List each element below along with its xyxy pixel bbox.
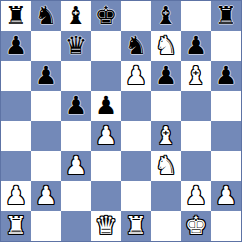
piece-black-rook[interactable]: ♜ [1,1,31,31]
square-a8[interactable]: ♜ [1,1,31,31]
square-b4[interactable] [31,121,61,151]
piece-white-knight[interactable]: ♞ [151,151,181,181]
square-h4[interactable] [211,121,241,151]
piece-black-knight[interactable]: ♞ [121,31,151,61]
piece-black-bishop[interactable]: ♝ [151,1,181,31]
square-a1[interactable]: ♜ [1,211,31,241]
piece-white-bishop[interactable]: ♝ [151,121,181,151]
square-g6[interactable]: ♝ [181,61,211,91]
square-d4[interactable]: ♟ [91,121,121,151]
square-f2[interactable] [151,181,181,211]
square-h8[interactable]: ♜ [211,1,241,31]
square-f5[interactable] [151,91,181,121]
square-e6[interactable]: ♟ [121,61,151,91]
square-h7[interactable] [211,31,241,61]
square-d2[interactable] [91,181,121,211]
square-e1[interactable]: ♜ [121,211,151,241]
square-g5[interactable] [181,91,211,121]
square-d6[interactable] [91,61,121,91]
piece-white-knight[interactable]: ♞ [151,31,181,61]
square-a2[interactable]: ♟ [1,181,31,211]
square-h6[interactable]: ♟ [211,61,241,91]
piece-white-rook[interactable]: ♜ [121,211,151,241]
piece-white-queen[interactable]: ♛ [91,211,121,241]
piece-white-pawn[interactable]: ♟ [61,151,91,181]
square-g8[interactable] [181,1,211,31]
square-c3[interactable]: ♟ [61,151,91,181]
piece-white-pawn[interactable]: ♟ [181,181,211,211]
square-c1[interactable] [61,211,91,241]
square-g4[interactable] [181,121,211,151]
square-g7[interactable]: ♟ [181,31,211,61]
piece-black-pawn[interactable]: ♟ [91,91,121,121]
piece-white-bishop[interactable]: ♝ [181,61,211,91]
square-g2[interactable]: ♟ [181,181,211,211]
square-c8[interactable]: ♝ [61,1,91,31]
piece-white-king[interactable]: ♚ [181,211,211,241]
square-b1[interactable] [31,211,61,241]
square-h5[interactable] [211,91,241,121]
square-f4[interactable]: ♝ [151,121,181,151]
square-e8[interactable] [121,1,151,31]
piece-black-queen[interactable]: ♛ [61,31,91,61]
square-g1[interactable]: ♚ [181,211,211,241]
square-e7[interactable]: ♞ [121,31,151,61]
square-f6[interactable]: ♟ [151,61,181,91]
square-f1[interactable] [151,211,181,241]
square-h1[interactable] [211,211,241,241]
piece-black-pawn[interactable]: ♟ [61,91,91,121]
square-d3[interactable] [91,151,121,181]
square-a7[interactable]: ♟ [1,31,31,61]
piece-black-rook[interactable]: ♜ [211,1,241,31]
square-c6[interactable] [61,61,91,91]
square-e3[interactable] [121,151,151,181]
square-c2[interactable] [61,181,91,211]
square-g3[interactable] [181,151,211,181]
piece-white-pawn[interactable]: ♟ [91,121,121,151]
square-h3[interactable] [211,151,241,181]
square-b3[interactable] [31,151,61,181]
square-c5[interactable]: ♟ [61,91,91,121]
square-h2[interactable]: ♟ [211,181,241,211]
piece-white-pawn[interactable]: ♟ [211,181,241,211]
piece-black-pawn[interactable]: ♟ [211,61,241,91]
piece-white-pawn[interactable]: ♟ [31,181,61,211]
square-f7[interactable]: ♞ [151,31,181,61]
square-c7[interactable]: ♛ [61,31,91,61]
square-d7[interactable] [91,31,121,61]
piece-white-pawn[interactable]: ♟ [121,61,151,91]
square-a5[interactable] [1,91,31,121]
piece-black-bishop[interactable]: ♝ [61,1,91,31]
square-f3[interactable]: ♞ [151,151,181,181]
square-b7[interactable] [31,31,61,61]
square-c4[interactable] [61,121,91,151]
square-d8[interactable]: ♚ [91,1,121,31]
square-b5[interactable] [31,91,61,121]
square-d5[interactable]: ♟ [91,91,121,121]
chess-board: ♜♞♝♚♝♜♟♛♞♞♟♟♟♟♝♟♟♟♟♝♟♞♟♟♟♟♜♛♜♚ [0,0,242,242]
square-b8[interactable]: ♞ [31,1,61,31]
square-b2[interactable]: ♟ [31,181,61,211]
square-e2[interactable] [121,181,151,211]
piece-black-knight[interactable]: ♞ [31,1,61,31]
piece-black-pawn[interactable]: ♟ [181,31,211,61]
square-e4[interactable] [121,121,151,151]
square-a6[interactable] [1,61,31,91]
square-b6[interactable]: ♟ [31,61,61,91]
piece-white-rook[interactable]: ♜ [1,211,31,241]
piece-white-pawn[interactable]: ♟ [1,181,31,211]
piece-black-king[interactable]: ♚ [91,1,121,31]
square-e5[interactable] [121,91,151,121]
piece-black-pawn[interactable]: ♟ [151,61,181,91]
chess-board-container: ♜♞♝♚♝♜♟♛♞♞♟♟♟♟♝♟♟♟♟♝♟♞♟♟♟♟♜♛♜♚ [0,0,242,242]
square-a3[interactable] [1,151,31,181]
piece-black-pawn[interactable]: ♟ [31,61,61,91]
square-d1[interactable]: ♛ [91,211,121,241]
square-a4[interactable] [1,121,31,151]
piece-black-pawn[interactable]: ♟ [1,31,31,61]
square-f8[interactable]: ♝ [151,1,181,31]
